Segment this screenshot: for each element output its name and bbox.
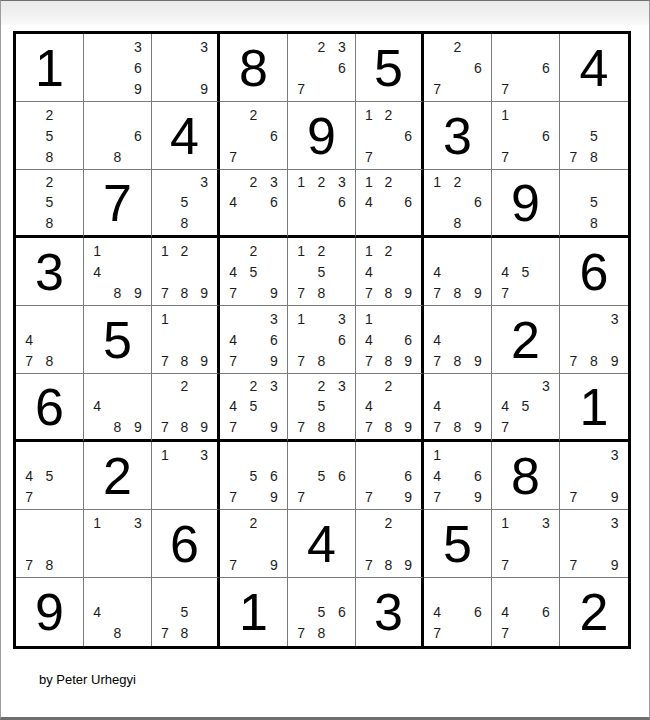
given-digit: 2 [560,578,628,646]
candidate-digit: 6 [332,601,352,622]
candidate-digit: 6 [536,125,556,146]
candidate-digit: 9 [128,417,148,437]
cell-r1c5[interactable]: 2367 [288,34,356,102]
candidate-digit: 9 [468,486,488,507]
candidate-digit: 1 [291,308,311,329]
cell-r5c9[interactable]: 3789 [560,306,628,374]
candidates: 3457 [492,374,559,439]
candidate-digit: 9 [398,486,418,507]
candidate-digit: 7 [291,78,311,99]
cell-r9c2[interactable]: 48 [84,578,152,646]
candidate-digit: 9 [264,554,284,575]
cell-r8c6[interactable]: 2789 [356,510,424,578]
candidates: 358 [152,170,217,235]
candidates: 24789 [356,374,421,439]
cell-r6c8[interactable]: 3457 [492,374,560,442]
cell-r8c3[interactable]: 6 [152,510,220,578]
candidates: 478 [16,306,83,373]
candidate-digit: 7 [291,623,311,644]
cell-r5c7[interactable]: 4789 [424,306,492,374]
given-digit: 4 [152,102,217,169]
candidate-digit: 9 [264,486,284,507]
candidate-digit: 6 [398,329,418,350]
candidate-digit: 8 [447,350,467,371]
cell-r2c2[interactable]: 68 [84,102,152,170]
candidate-digit: 8 [447,282,467,303]
cell-r1c3[interactable]: 39 [152,34,220,102]
given-digit: 1 [16,34,83,101]
given-digit: 7 [84,170,151,235]
candidate-digit: 2 [379,172,399,192]
candidates: 68 [84,102,151,169]
candidate-digit: 5 [39,192,59,212]
cell-r3c1[interactable]: 258 [16,170,84,238]
given-digit: 1 [220,578,287,646]
candidate-digit: 5 [175,601,195,622]
cell-r3c3[interactable]: 358 [152,170,220,238]
candidate-digit: 8 [379,282,399,303]
candidates: 489 [84,374,151,439]
cell-r7c4[interactable]: 5679 [220,442,288,510]
candidate-digit: 6 [468,57,488,78]
cell-r4c2[interactable]: 1489 [84,238,152,306]
candidate-digit: 2 [39,104,59,125]
candidate-digit: 1 [359,104,379,125]
candidate-digit: 9 [398,350,418,371]
cell-r8c5[interactable]: 4 [288,510,356,578]
candidate-digit: 7 [563,486,584,507]
cell-r6c1[interactable]: 6 [16,374,84,442]
candidates: 4789 [424,374,491,439]
candidate-digit: 4 [427,601,447,622]
cell-r6c6[interactable]: 24789 [356,374,424,442]
candidates: 137 [492,510,559,577]
cell-r9c3[interactable]: 578 [152,578,220,646]
candidate-digit: 7 [155,350,175,371]
candidates: 12578 [288,238,355,305]
cell-r7c2[interactable]: 2 [84,442,152,510]
candidate-digit: 8 [311,623,331,644]
candidate-digit: 1 [359,240,379,261]
cell-r2c6[interactable]: 1267 [356,102,424,170]
candidate-digit: 4 [223,261,243,282]
candidate-digit: 6 [264,465,284,486]
given-digit: 5 [356,34,421,101]
candidate-digit: 7 [563,350,584,371]
given-digit: 3 [356,578,421,646]
candidate-digit: 2 [311,376,331,396]
given-digit: 1 [560,374,628,439]
candidates: 379 [560,510,628,577]
candidate-digit: 9 [128,282,148,303]
given-digit: 9 [288,102,355,169]
candidate-digit: 1 [291,172,311,192]
candidates: 578 [560,102,628,169]
candidate-digit: 7 [19,350,39,371]
candidates: 234579 [220,374,287,439]
given-digit: 5 [424,510,491,577]
cell-r4c7[interactable]: 4789 [424,238,492,306]
candidate-digit: 3 [128,512,148,533]
candidates: 1236 [288,170,355,235]
candidates: 679 [356,442,421,509]
candidate-digit: 7 [223,417,243,437]
candidate-digit: 3 [536,376,556,396]
candidate-digit: 4 [427,261,447,282]
cell-r3c7[interactable]: 1268 [424,170,492,238]
candidate-digit: 3 [604,308,625,329]
candidate-digit: 7 [359,486,379,507]
candidate-digit: 9 [194,417,214,437]
candidate-digit: 2 [447,172,467,192]
candidate-digit: 3 [604,444,625,465]
cell-r3c6[interactable]: 1246 [356,170,424,238]
candidate-digit: 7 [223,146,243,167]
cell-r9c6[interactable]: 3 [356,578,424,646]
candidates: 567 [288,442,355,509]
cell-r4c4[interactable]: 24579 [220,238,288,306]
candidates: 78 [16,510,83,577]
cell-r5c1[interactable]: 478 [16,306,84,374]
cell-r9c7[interactable]: 467 [424,578,492,646]
candidate-digit: 9 [398,282,418,303]
cell-r2c3[interactable]: 4 [152,102,220,170]
cell-r3c4[interactable]: 2346 [220,170,288,238]
candidate-digit: 2 [379,376,399,396]
candidates: 13 [84,510,151,577]
candidate-digit: 5 [311,465,331,486]
candidate-digit: 7 [223,350,243,371]
candidate-digit: 2 [243,512,263,533]
candidate-digit: 7 [563,554,584,575]
candidates: 1489 [84,238,151,305]
candidate-digit: 1 [155,444,175,465]
candidate-digit: 6 [536,57,556,78]
cell-r4c6[interactable]: 124789 [356,238,424,306]
candidate-digit: 2 [175,376,195,396]
candidate-digit: 8 [379,417,399,437]
candidate-digit: 6 [128,57,148,78]
candidate-digit: 7 [563,146,584,167]
candidate-digit: 8 [39,213,59,233]
candidate-digit: 7 [223,282,243,303]
cell-r9c1[interactable]: 9 [16,578,84,646]
candidates: 5679 [220,442,287,509]
cell-r3c2[interactable]: 7 [84,170,152,238]
cell-r5c6[interactable]: 146789 [356,306,424,374]
candidate-digit: 3 [194,36,214,57]
puzzle-credit: by Peter Urhegyi [39,672,136,687]
cell-r6c3[interactable]: 2789 [152,374,220,442]
cell-r5c3[interactable]: 1789 [152,306,220,374]
candidate-digit: 8 [175,417,195,437]
candidate-digit: 2 [175,240,195,261]
candidate-digit: 3 [264,376,284,396]
candidates: 369 [84,34,151,101]
cell-r1c4[interactable]: 8 [220,34,288,102]
candidate-digit: 7 [427,78,447,99]
given-digit: 6 [560,238,628,305]
cell-r5c2[interactable]: 5 [84,306,152,374]
candidate-digit: 7 [155,282,175,303]
cell-r1c1[interactable]: 1 [16,34,84,102]
candidate-digit: 9 [398,417,418,437]
given-digit: 3 [424,102,491,169]
candidate-digit: 6 [128,125,148,146]
candidates: 267 [424,34,491,101]
given-digit: 2 [492,306,559,373]
candidates: 267 [220,102,287,169]
candidate-digit: 8 [584,350,605,371]
cell-r8c9[interactable]: 379 [560,510,628,578]
candidate-digit: 7 [495,78,515,99]
given-digit: 6 [152,510,217,577]
candidate-digit: 7 [495,554,515,575]
candidate-digit: 3 [332,376,352,396]
cell-r8c7[interactable]: 5 [424,510,492,578]
candidates: 67 [492,34,559,101]
candidate-digit: 2 [447,36,467,57]
candidates: 457 [492,238,559,305]
cell-r5c5[interactable]: 13678 [288,306,356,374]
given-digit: 3 [16,238,83,305]
cell-r6c4[interactable]: 234579 [220,374,288,442]
candidates: 58 [560,170,628,235]
candidates: 5678 [288,578,355,646]
candidate-digit: 2 [311,36,331,57]
candidate-digit: 7 [495,146,515,167]
candidate-digit: 9 [468,417,488,437]
candidate-digit: 4 [87,396,107,416]
candidate-digit: 4 [19,329,39,350]
cell-r9c8[interactable]: 467 [492,578,560,646]
candidate-digit: 9 [264,282,284,303]
candidate-digit: 6 [468,465,488,486]
cell-r1c8[interactable]: 67 [492,34,560,102]
candidate-digit: 5 [175,192,195,212]
candidate-digit: 4 [87,601,107,622]
candidate-digit: 9 [604,350,625,371]
cell-r3c9[interactable]: 58 [560,170,628,238]
candidate-digit: 1 [495,104,515,125]
candidate-digit: 4 [495,396,515,416]
candidate-digit: 4 [87,261,107,282]
cell-r8c1[interactable]: 78 [16,510,84,578]
cell-r2c5[interactable]: 9 [288,102,356,170]
cell-r9c5[interactable]: 5678 [288,578,356,646]
candidate-digit: 5 [584,192,605,212]
candidate-digit: 7 [359,554,379,575]
candidate-digit: 8 [311,417,331,437]
cell-r6c7[interactable]: 4789 [424,374,492,442]
candidate-digit: 9 [468,282,488,303]
candidates: 2789 [356,510,421,577]
cell-r7c5[interactable]: 567 [288,442,356,510]
cell-r4c1[interactable]: 3 [16,238,84,306]
candidates: 2346 [220,170,287,235]
cell-r2c4[interactable]: 267 [220,102,288,170]
candidate-digit: 6 [264,192,284,212]
candidate-digit: 2 [243,172,263,192]
candidate-digit: 9 [194,350,214,371]
candidate-digit: 7 [359,417,379,437]
candidate-digit: 7 [291,486,311,507]
candidate-digit: 7 [223,486,243,507]
candidate-digit: 8 [39,146,59,167]
candidate-digit: 7 [427,350,447,371]
candidate-digit: 4 [427,465,447,486]
cell-r5c8[interactable]: 2 [492,306,560,374]
sudoku-board: 1369398236752676742586842679126731675782… [13,31,631,649]
given-digit: 4 [560,34,628,101]
candidates: 14679 [424,442,491,509]
cell-r6c5[interactable]: 23578 [288,374,356,442]
candidate-digit: 2 [379,104,399,125]
cell-r7c8[interactable]: 8 [492,442,560,510]
candidate-digit: 4 [495,261,515,282]
given-digit: 9 [492,170,559,235]
cell-r8c8[interactable]: 137 [492,510,560,578]
candidate-digit: 3 [194,444,214,465]
candidate-digit: 5 [243,396,263,416]
candidates: 1789 [152,306,217,373]
candidate-digit: 7 [291,417,311,437]
cell-r4c9[interactable]: 6 [560,238,628,306]
cell-r2c8[interactable]: 167 [492,102,560,170]
candidates: 4789 [424,306,491,373]
candidate-digit: 4 [223,396,243,416]
candidate-digit: 1 [291,240,311,261]
cell-r2c7[interactable]: 3 [424,102,492,170]
candidate-digit: 1 [495,512,515,533]
candidate-digit: 3 [194,172,214,192]
candidate-digit: 1 [155,308,175,329]
candidate-digit: 7 [427,486,447,507]
candidate-digit: 6 [398,125,418,146]
candidate-digit: 4 [359,192,379,212]
candidates: 12789 [152,238,217,305]
cell-r2c1[interactable]: 258 [16,102,84,170]
cell-r3c5[interactable]: 1236 [288,170,356,238]
candidate-digit: 8 [39,350,59,371]
candidate-digit: 3 [604,512,625,533]
cell-r4c5[interactable]: 12578 [288,238,356,306]
cell-r1c7[interactable]: 267 [424,34,492,102]
candidate-digit: 2 [379,512,399,533]
cell-r7c7[interactable]: 14679 [424,442,492,510]
candidate-digit: 7 [359,350,379,371]
candidate-digit: 6 [398,465,418,486]
candidate-digit: 8 [584,146,605,167]
candidates: 258 [16,170,83,235]
cell-r4c3[interactable]: 12789 [152,238,220,306]
candidate-digit: 4 [359,329,379,350]
candidate-digit: 4 [359,396,379,416]
cell-r1c2[interactable]: 369 [84,34,152,102]
candidate-digit: 9 [194,78,214,99]
candidate-digit: 8 [107,623,127,644]
candidates: 13678 [288,306,355,373]
candidates: 124789 [356,238,421,305]
candidate-digit: 6 [332,192,352,212]
candidate-digit: 8 [107,282,127,303]
given-digit: 9 [16,578,83,646]
candidate-digit: 4 [427,396,447,416]
candidate-digit: 7 [155,417,175,437]
candidate-digit: 8 [447,417,467,437]
candidate-digit: 7 [427,282,447,303]
candidate-digit: 5 [311,601,331,622]
cell-r2c9[interactable]: 578 [560,102,628,170]
cell-r9c4[interactable]: 1 [220,578,288,646]
candidate-digit: 2 [243,240,263,261]
candidates: 13 [152,442,217,509]
cell-r6c9[interactable]: 1 [560,374,628,442]
candidate-digit: 8 [311,350,331,371]
candidate-digit: 7 [427,417,447,437]
given-digit: 2 [84,442,151,509]
candidate-digit: 7 [359,146,379,167]
candidate-digit: 5 [39,465,59,486]
candidates: 4789 [424,238,491,305]
cell-r3c8[interactable]: 9 [492,170,560,238]
candidates: 258 [16,102,83,169]
candidate-digit: 8 [107,417,127,437]
candidates: 167 [492,102,559,169]
candidate-digit: 6 [332,329,352,350]
cell-r8c4[interactable]: 279 [220,510,288,578]
cell-r9c9[interactable]: 2 [560,578,628,646]
candidate-digit: 4 [359,261,379,282]
cell-r5c4[interactable]: 34679 [220,306,288,374]
candidates: 39 [152,34,217,101]
candidate-digit: 5 [515,396,535,416]
cell-r4c8[interactable]: 457 [492,238,560,306]
header-band [1,1,649,25]
given-digit: 5 [84,306,151,373]
candidate-digit: 7 [223,554,243,575]
cell-r7c3[interactable]: 13 [152,442,220,510]
candidate-digit: 6 [332,465,352,486]
cell-r7c6[interactable]: 679 [356,442,424,510]
candidate-digit: 1 [87,512,107,533]
candidate-digit: 7 [359,282,379,303]
candidate-digit: 3 [264,172,284,192]
cell-r1c9[interactable]: 4 [560,34,628,102]
candidate-digit: 2 [311,172,331,192]
cell-r7c9[interactable]: 379 [560,442,628,510]
candidate-digit: 8 [447,213,467,233]
candidate-digit: 1 [359,172,379,192]
candidates: 467 [424,578,491,646]
candidate-digit: 3 [332,172,352,192]
given-digit: 8 [220,34,287,101]
candidate-digit: 9 [128,78,148,99]
candidate-digit: 8 [311,282,331,303]
cell-r6c2[interactable]: 489 [84,374,152,442]
candidate-digit: 7 [495,417,515,437]
candidate-digit: 1 [155,240,175,261]
candidates: 279 [220,510,287,577]
candidate-digit: 7 [427,623,447,644]
candidate-digit: 4 [223,192,243,212]
cell-r8c2[interactable]: 13 [84,510,152,578]
candidate-digit: 9 [468,350,488,371]
cell-r1c6[interactable]: 5 [356,34,424,102]
cell-r7c1[interactable]: 457 [16,442,84,510]
given-digit: 4 [288,510,355,577]
candidate-digit: 8 [584,213,605,233]
